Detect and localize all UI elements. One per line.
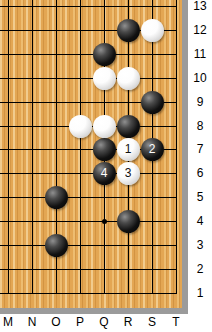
coord-label-col-P: P bbox=[70, 313, 90, 331]
coord-label-col-O: O bbox=[46, 313, 66, 331]
white-stone-S12[interactable] bbox=[141, 19, 164, 42]
coord-label-row-10: 10 bbox=[188, 69, 212, 87]
grid-line-col-T bbox=[176, 0, 177, 294]
white-stone-R10[interactable] bbox=[117, 67, 140, 90]
coord-label-col-M: M bbox=[0, 313, 18, 331]
coord-label-col-Q: Q bbox=[94, 313, 114, 331]
coord-label-row-6: 6 bbox=[188, 164, 212, 182]
coord-label-col-N: N bbox=[22, 313, 42, 331]
star-point-Q4 bbox=[102, 219, 107, 224]
coord-label-row-2: 2 bbox=[188, 260, 212, 278]
coord-label-row-11: 11 bbox=[188, 45, 212, 63]
coord-label-row-8: 8 bbox=[188, 117, 212, 135]
grid-line-row-3 bbox=[0, 245, 177, 246]
move-number-3: 3 bbox=[117, 162, 140, 185]
grid-line-col-M bbox=[8, 0, 9, 294]
white-stone-R6[interactable]: 3 bbox=[117, 162, 140, 185]
coord-label-row-3: 3 bbox=[188, 236, 212, 254]
black-stone-R4[interactable] bbox=[117, 210, 140, 233]
black-stone-O5[interactable] bbox=[45, 186, 68, 209]
coord-label-row-4: 4 bbox=[188, 212, 212, 230]
grid-line-row-6 bbox=[0, 173, 177, 174]
coord-label-row-7: 7 bbox=[188, 140, 212, 158]
coord-label-col-T: T bbox=[166, 313, 186, 331]
go-board[interactable]: 2413 bbox=[0, 0, 182, 308]
grid-line-row-10 bbox=[0, 78, 177, 79]
grid-line-row-5 bbox=[0, 197, 177, 198]
black-stone-Q6[interactable]: 4 bbox=[93, 162, 116, 185]
move-number-1: 1 bbox=[117, 138, 140, 161]
grid-line-row-11 bbox=[0, 54, 177, 55]
black-stone-O3[interactable] bbox=[45, 234, 68, 257]
white-stone-Q10[interactable] bbox=[93, 67, 116, 90]
black-stone-R12[interactable] bbox=[117, 19, 140, 42]
white-stone-Q8[interactable] bbox=[93, 115, 116, 138]
coord-label-col-R: R bbox=[118, 313, 138, 331]
go-position-diagram: 2413 MNOPQRST13121110987654321 bbox=[0, 0, 212, 332]
black-stone-S9[interactable] bbox=[141, 91, 164, 114]
grid-line-col-P bbox=[80, 0, 81, 294]
black-stone-Q11[interactable] bbox=[93, 43, 116, 66]
white-stone-R7[interactable]: 1 bbox=[117, 138, 140, 161]
white-stone-P8[interactable] bbox=[69, 115, 92, 138]
coord-label-row-1: 1 bbox=[188, 284, 212, 302]
coord-label-row-13: 13 bbox=[188, 0, 212, 15]
coord-label-row-12: 12 bbox=[188, 21, 212, 39]
black-stone-S7[interactable]: 2 bbox=[141, 138, 164, 161]
coord-label-col-S: S bbox=[142, 313, 162, 331]
coord-label-row-5: 5 bbox=[188, 188, 212, 206]
black-stone-R8[interactable] bbox=[117, 115, 140, 138]
move-number-4: 4 bbox=[93, 162, 116, 185]
black-stone-Q7[interactable] bbox=[93, 138, 116, 161]
grid-line-row-4 bbox=[0, 221, 177, 222]
move-number-2: 2 bbox=[141, 138, 164, 161]
grid-line-col-N bbox=[32, 0, 33, 294]
coord-label-row-9: 9 bbox=[188, 93, 212, 111]
grid-line-row-13 bbox=[0, 6, 177, 7]
grid-line-row-1 bbox=[0, 293, 177, 294]
grid-line-row-2 bbox=[0, 269, 177, 270]
